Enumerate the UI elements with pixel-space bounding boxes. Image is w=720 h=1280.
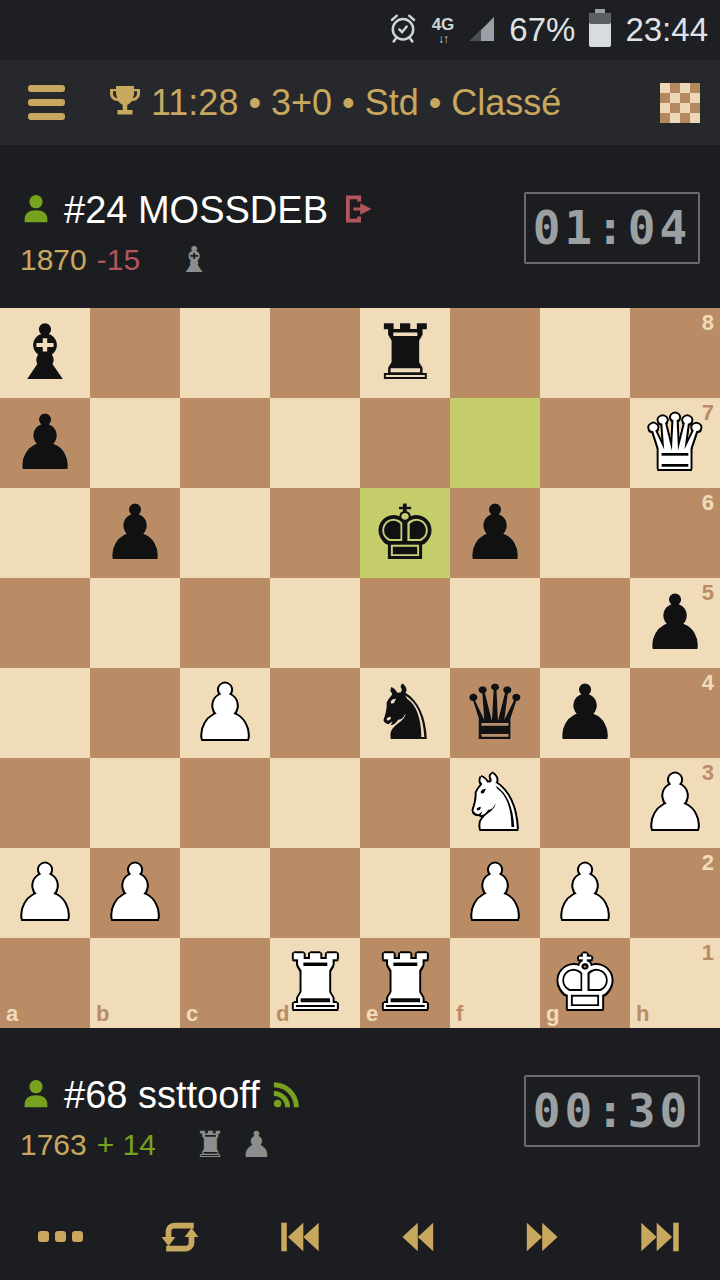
player-name-top: #24 MOSSDEB — [64, 189, 328, 232]
player-name-bottom: #68 ssttooff — [64, 1074, 260, 1117]
rss-icon — [272, 1079, 302, 1113]
captured-rook-icon: ♜ — [194, 1127, 226, 1163]
step-backward-button[interactable] — [360, 1193, 480, 1280]
white-queen-h7: ♛ — [630, 398, 720, 488]
game-info-title: 11:28 • 3+0 • Std • Classé — [151, 82, 561, 124]
square-f1[interactable]: f — [450, 938, 540, 1028]
rank-label-8: 8 — [702, 312, 714, 334]
menu-button[interactable] — [28, 85, 65, 120]
square-f7[interactable] — [450, 398, 540, 488]
square-c7[interactable] — [180, 398, 270, 488]
square-a8[interactable]: ♝ — [0, 308, 90, 398]
square-d5[interactable] — [270, 578, 360, 668]
mobile-data-icon: 4G ↓↑ — [432, 16, 455, 45]
rank-label-1: 1 — [702, 942, 714, 964]
square-b5[interactable] — [90, 578, 180, 668]
file-label-c: c — [186, 1003, 198, 1025]
square-e5[interactable] — [360, 578, 450, 668]
square-f4[interactable]: ♛ — [450, 668, 540, 758]
square-g2[interactable]: ♟ — [540, 848, 630, 938]
ellipsis-icon — [38, 1231, 83, 1242]
square-e8[interactable]: ♜ — [360, 308, 450, 398]
square-f5[interactable] — [450, 578, 540, 668]
captured-pieces-top: ♝ — [178, 242, 210, 278]
square-h5[interactable]: 5♟ — [630, 578, 720, 668]
status-bar: 4G ↓↑ 67% 23:44 — [0, 0, 720, 60]
rank-label-4: 4 — [702, 672, 714, 694]
step-forward-button[interactable] — [480, 1193, 600, 1280]
game-controls — [0, 1193, 720, 1280]
white-rook-e1: ♜ — [360, 938, 450, 1028]
square-g6[interactable] — [540, 488, 630, 578]
square-g1[interactable]: g♚ — [540, 938, 630, 1028]
square-a1[interactable]: a — [0, 938, 90, 1028]
square-h3[interactable]: 3♟ — [630, 758, 720, 848]
repeat-icon — [157, 1214, 203, 1260]
square-c6[interactable] — [180, 488, 270, 578]
square-a2[interactable]: ♟ — [0, 848, 90, 938]
white-pawn-h3: ♟ — [630, 758, 720, 848]
square-d6[interactable] — [270, 488, 360, 578]
square-h4[interactable]: 4 — [630, 668, 720, 758]
square-g5[interactable] — [540, 578, 630, 668]
player-avatar-icon — [20, 192, 52, 230]
skip-end-icon — [638, 1215, 682, 1259]
clock-bottom-time: 00:30 — [533, 1084, 691, 1138]
trophy-icon — [107, 83, 143, 123]
network-type: 4G — [432, 16, 455, 33]
alarm-icon — [388, 12, 418, 48]
square-d2[interactable] — [270, 848, 360, 938]
square-c3[interactable] — [180, 758, 270, 848]
file-label-a: a — [6, 1003, 18, 1025]
player-avatar-icon — [20, 1077, 52, 1115]
rating-change-bottom: + 14 — [97, 1128, 156, 1162]
white-pawn-g2: ♟ — [540, 848, 630, 938]
square-e3[interactable] — [360, 758, 450, 848]
mini-board-icon[interactable] — [660, 83, 700, 123]
black-rook-e8: ♜ — [360, 308, 450, 398]
signal-icon — [468, 15, 495, 46]
player-rating-bottom: 1763 — [20, 1128, 87, 1162]
square-a7[interactable]: ♟ — [0, 398, 90, 488]
player-panel-top: #24 MOSSDEB 1870 -15 ♝ 01:04 — [0, 145, 720, 308]
file-label-h: h — [636, 1003, 649, 1025]
square-h8[interactable]: 8 — [630, 308, 720, 398]
square-d1[interactable]: d♜ — [270, 938, 360, 1028]
captured-pawn-icon: ♟ — [240, 1127, 272, 1163]
square-b8[interactable] — [90, 308, 180, 398]
rank-label-2: 2 — [702, 852, 714, 874]
square-e4[interactable]: ♞ — [360, 668, 450, 758]
black-pawn-b6: ♟ — [90, 488, 180, 578]
file-label-f: f — [456, 1003, 463, 1025]
square-g4[interactable]: ♟ — [540, 668, 630, 758]
white-rook-d1: ♜ — [270, 938, 360, 1028]
square-b6[interactable]: ♟ — [90, 488, 180, 578]
black-pawn-g4: ♟ — [540, 668, 630, 758]
black-queen-f4: ♛ — [450, 668, 540, 758]
square-g8[interactable] — [540, 308, 630, 398]
square-c1[interactable]: c — [180, 938, 270, 1028]
black-pawn-f6: ♟ — [450, 488, 540, 578]
square-d3[interactable] — [270, 758, 360, 848]
square-f3[interactable]: ♞ — [450, 758, 540, 848]
white-pawn-b2: ♟ — [90, 848, 180, 938]
app-bar: 11:28 • 3+0 • Std • Classé — [0, 60, 720, 145]
square-a5[interactable] — [0, 578, 90, 668]
square-g7[interactable] — [540, 398, 630, 488]
square-a4[interactable] — [0, 668, 90, 758]
status-time: 23:44 — [625, 11, 708, 49]
black-pawn-h5: ♟ — [630, 578, 720, 668]
fast-forward-icon — [518, 1215, 562, 1259]
more-options-button[interactable] — [0, 1193, 120, 1280]
square-e6[interactable]: ♚ — [360, 488, 450, 578]
square-h1[interactable]: 1h — [630, 938, 720, 1028]
battery-percent: 67% — [509, 11, 575, 49]
skip-start-icon — [278, 1215, 322, 1259]
square-f8[interactable] — [450, 308, 540, 398]
black-knight-e4: ♞ — [360, 668, 450, 758]
white-king-g1: ♚ — [540, 938, 630, 1028]
skip-to-end-button[interactable] — [600, 1193, 720, 1280]
white-knight-f3: ♞ — [450, 758, 540, 848]
clock-top-time: 01:04 — [533, 201, 691, 255]
square-f2[interactable]: ♟ — [450, 848, 540, 938]
rewind-icon — [398, 1215, 442, 1259]
flip-board-button[interactable] — [120, 1193, 240, 1280]
square-e2[interactable] — [360, 848, 450, 938]
square-d7[interactable] — [270, 398, 360, 488]
file-label-b: b — [96, 1003, 109, 1025]
chess-board[interactable]: ♝♜8♟7♛♟♚♟65♟♟♞♛♟4♞3♟♟♟♟♟2abcd♜e♜fg♚1h — [0, 308, 720, 1028]
square-a3[interactable] — [0, 758, 90, 848]
square-b4[interactable] — [90, 668, 180, 758]
captured-bishop-icon: ♝ — [178, 242, 210, 278]
square-c2[interactable] — [180, 848, 270, 938]
white-pawn-a2: ♟ — [0, 848, 90, 938]
square-f6[interactable]: ♟ — [450, 488, 540, 578]
square-b7[interactable] — [90, 398, 180, 488]
battery-icon — [589, 9, 611, 51]
square-b1[interactable]: b — [90, 938, 180, 1028]
player-panel-bottom: #68 ssttooff 1763 + 14 ♜♟ 00:30 — [0, 1028, 720, 1193]
square-g3[interactable] — [540, 758, 630, 848]
square-c5[interactable] — [180, 578, 270, 668]
square-h7[interactable]: 7♛ — [630, 398, 720, 488]
black-pawn-a7: ♟ — [0, 398, 90, 488]
square-a6[interactable] — [0, 488, 90, 578]
square-b3[interactable] — [90, 758, 180, 848]
rank-label-6: 6 — [702, 492, 714, 514]
square-b2[interactable]: ♟ — [90, 848, 180, 938]
square-c4[interactable]: ♟ — [180, 668, 270, 758]
clock-top: 01:04 — [524, 192, 700, 264]
player-rating-top: 1870 — [20, 243, 87, 277]
game-screen: 4G ↓↑ 67% 23:44 11:28 • — [0, 0, 720, 1280]
rating-change-top: -15 — [97, 243, 140, 277]
captured-pieces-bottom: ♜♟ — [194, 1127, 273, 1163]
black-king-e6: ♚ — [360, 488, 450, 578]
black-bishop-a8: ♝ — [0, 308, 90, 398]
white-pawn-c4: ♟ — [180, 668, 270, 758]
white-pawn-f2: ♟ — [450, 848, 540, 938]
square-d4[interactable] — [270, 668, 360, 758]
square-d8[interactable] — [270, 308, 360, 398]
exit-icon — [340, 191, 376, 231]
square-e7[interactable] — [360, 398, 450, 488]
clock-bottom: 00:30 — [524, 1075, 700, 1147]
square-e1[interactable]: e♜ — [360, 938, 450, 1028]
square-c8[interactable] — [180, 308, 270, 398]
square-h6[interactable]: 6 — [630, 488, 720, 578]
skip-to-start-button[interactable] — [240, 1193, 360, 1280]
square-h2[interactable]: 2 — [630, 848, 720, 938]
